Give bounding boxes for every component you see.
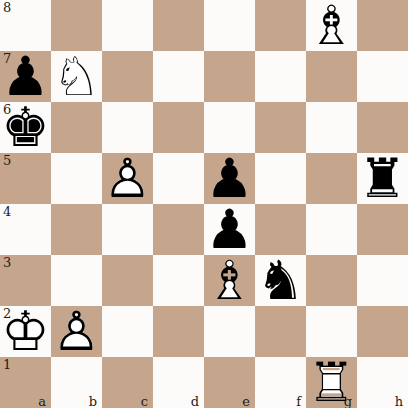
rank-label-3: 3 bbox=[3, 255, 11, 270]
square-c2[interactable] bbox=[102, 306, 153, 357]
square-g1[interactable]: g♜♖ bbox=[306, 357, 357, 408]
square-a2[interactable]: 2♚♔ bbox=[0, 306, 51, 357]
square-a7[interactable]: 7♟ bbox=[0, 51, 51, 102]
white-piece-outline: ♘ bbox=[51, 51, 102, 102]
square-g5[interactable] bbox=[306, 153, 357, 204]
black-piece-glyph: ♟ bbox=[204, 153, 255, 204]
black-knight-f3[interactable]: ♞ bbox=[255, 255, 306, 306]
square-a3[interactable]: 3 bbox=[0, 255, 51, 306]
square-f5[interactable] bbox=[255, 153, 306, 204]
square-e3[interactable]: ♝♗ bbox=[204, 255, 255, 306]
square-h8[interactable] bbox=[357, 0, 408, 51]
black-piece-glyph: ♜ bbox=[357, 153, 408, 204]
square-b2[interactable]: ♟♙ bbox=[51, 306, 102, 357]
white-piece-outline: ♖ bbox=[306, 357, 357, 408]
square-e6[interactable] bbox=[204, 102, 255, 153]
rank-label-8: 8 bbox=[3, 0, 11, 15]
square-h6[interactable] bbox=[357, 102, 408, 153]
square-b8[interactable] bbox=[51, 0, 102, 51]
square-e4[interactable]: ♟ bbox=[204, 204, 255, 255]
black-rook-h5[interactable]: ♜ bbox=[357, 153, 408, 204]
square-a8[interactable]: 8 bbox=[0, 0, 51, 51]
square-e1[interactable]: e bbox=[204, 357, 255, 408]
square-d2[interactable] bbox=[153, 306, 204, 357]
square-d7[interactable] bbox=[153, 51, 204, 102]
white-piece-outline: ♗ bbox=[204, 255, 255, 306]
white-piece-outline: ♙ bbox=[102, 153, 153, 204]
square-a4[interactable]: 4 bbox=[0, 204, 51, 255]
file-label-e: e bbox=[242, 394, 250, 408]
square-c5[interactable]: ♟♙ bbox=[102, 153, 153, 204]
square-f1[interactable]: f bbox=[255, 357, 306, 408]
black-piece-glyph: ♟ bbox=[204, 204, 255, 255]
rank-label-4: 4 bbox=[3, 204, 11, 219]
square-g7[interactable] bbox=[306, 51, 357, 102]
black-pawn-e5[interactable]: ♟ bbox=[204, 153, 255, 204]
square-h7[interactable] bbox=[357, 51, 408, 102]
black-piece-glyph: ♚ bbox=[0, 102, 51, 153]
square-a5[interactable]: 5 bbox=[0, 153, 51, 204]
white-bishop-g8[interactable]: ♝♗ bbox=[306, 0, 357, 51]
square-f3[interactable]: ♞ bbox=[255, 255, 306, 306]
square-h5[interactable]: ♜ bbox=[357, 153, 408, 204]
black-piece-glyph: ♟ bbox=[0, 51, 51, 102]
black-pawn-e4[interactable]: ♟ bbox=[204, 204, 255, 255]
white-bishop-e3[interactable]: ♝♗ bbox=[204, 255, 255, 306]
square-d6[interactable] bbox=[153, 102, 204, 153]
square-b5[interactable] bbox=[51, 153, 102, 204]
square-c7[interactable] bbox=[102, 51, 153, 102]
white-pawn-b2[interactable]: ♟♙ bbox=[51, 306, 102, 357]
square-b3[interactable] bbox=[51, 255, 102, 306]
square-h3[interactable] bbox=[357, 255, 408, 306]
square-b7[interactable]: ♞♘ bbox=[51, 51, 102, 102]
square-h4[interactable] bbox=[357, 204, 408, 255]
white-knight-b7[interactable]: ♞♘ bbox=[51, 51, 102, 102]
white-pawn-c5[interactable]: ♟♙ bbox=[102, 153, 153, 204]
square-f2[interactable] bbox=[255, 306, 306, 357]
black-pawn-a7[interactable]: ♟ bbox=[0, 51, 51, 102]
square-e2[interactable] bbox=[204, 306, 255, 357]
square-e8[interactable] bbox=[204, 0, 255, 51]
file-label-b: b bbox=[89, 394, 97, 408]
square-h1[interactable]: h bbox=[357, 357, 408, 408]
square-a1[interactable]: 1a bbox=[0, 357, 51, 408]
square-b4[interactable] bbox=[51, 204, 102, 255]
file-label-d: d bbox=[191, 394, 199, 408]
square-h2[interactable] bbox=[357, 306, 408, 357]
file-label-a: a bbox=[38, 394, 46, 408]
square-d3[interactable] bbox=[153, 255, 204, 306]
file-label-f: f bbox=[296, 394, 301, 408]
square-g8[interactable]: ♝♗ bbox=[306, 0, 357, 51]
square-d4[interactable] bbox=[153, 204, 204, 255]
square-d8[interactable] bbox=[153, 0, 204, 51]
file-label-h: h bbox=[395, 394, 403, 408]
square-c1[interactable]: c bbox=[102, 357, 153, 408]
square-a6[interactable]: 6♚ bbox=[0, 102, 51, 153]
square-g3[interactable] bbox=[306, 255, 357, 306]
square-d5[interactable] bbox=[153, 153, 204, 204]
square-g2[interactable] bbox=[306, 306, 357, 357]
white-rook-g1[interactable]: ♜♖ bbox=[306, 357, 357, 408]
square-c8[interactable] bbox=[102, 0, 153, 51]
square-c6[interactable] bbox=[102, 102, 153, 153]
square-d1[interactable]: d bbox=[153, 357, 204, 408]
white-king-a2[interactable]: ♚♔ bbox=[0, 306, 51, 357]
white-piece-outline: ♔ bbox=[0, 306, 51, 357]
square-f6[interactable] bbox=[255, 102, 306, 153]
black-king-a6[interactable]: ♚ bbox=[0, 102, 51, 153]
black-piece-glyph: ♞ bbox=[255, 255, 306, 306]
file-label-c: c bbox=[141, 394, 148, 408]
white-piece-outline: ♙ bbox=[51, 306, 102, 357]
square-b1[interactable]: b bbox=[51, 357, 102, 408]
chess-board: 8♝♗7♟♞♘6♚5♟♙♟♜4♟3♝♗♞2♚♔♟♙1abcdefg♜♖h bbox=[0, 0, 408, 408]
square-c3[interactable] bbox=[102, 255, 153, 306]
square-e5[interactable]: ♟ bbox=[204, 153, 255, 204]
square-f8[interactable] bbox=[255, 0, 306, 51]
square-g4[interactable] bbox=[306, 204, 357, 255]
white-piece-outline: ♗ bbox=[306, 0, 357, 51]
square-c4[interactable] bbox=[102, 204, 153, 255]
square-g6[interactable] bbox=[306, 102, 357, 153]
square-b6[interactable] bbox=[51, 102, 102, 153]
square-e7[interactable] bbox=[204, 51, 255, 102]
square-f7[interactable] bbox=[255, 51, 306, 102]
square-f4[interactable] bbox=[255, 204, 306, 255]
